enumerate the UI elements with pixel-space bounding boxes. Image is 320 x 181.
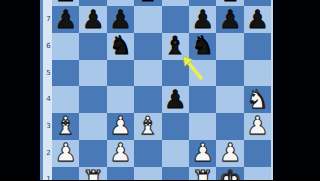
square-a3[interactable] bbox=[52, 113, 79, 140]
square-e5[interactable] bbox=[162, 60, 189, 87]
square-e6[interactable] bbox=[162, 33, 189, 60]
square-c2[interactable] bbox=[107, 140, 134, 167]
square-e2[interactable] bbox=[162, 140, 189, 167]
square-a5[interactable] bbox=[52, 60, 79, 87]
square-a1[interactable] bbox=[52, 167, 79, 181]
square-g7[interactable] bbox=[216, 6, 243, 33]
square-c7[interactable] bbox=[107, 6, 134, 33]
square-d4[interactable] bbox=[134, 86, 161, 113]
board-right-edge bbox=[271, 0, 273, 180]
square-f3[interactable] bbox=[189, 113, 216, 140]
square-g5[interactable] bbox=[216, 60, 243, 87]
square-h4[interactable] bbox=[244, 86, 271, 113]
square-g2[interactable] bbox=[216, 140, 243, 167]
chess-diagram-stage: 87654321 ♜♛♚♟♟♟♟♟♟♞♝♞♟♞♝♟♝♟♟♟♟♟♜♜♚ bbox=[0, 0, 320, 180]
square-c6[interactable] bbox=[107, 33, 134, 60]
square-f1[interactable] bbox=[189, 167, 216, 181]
square-h5[interactable] bbox=[244, 60, 271, 87]
square-c5[interactable] bbox=[107, 60, 134, 87]
square-f6[interactable] bbox=[189, 33, 216, 60]
square-e4[interactable] bbox=[162, 86, 189, 113]
square-f7[interactable] bbox=[189, 6, 216, 33]
square-c4[interactable] bbox=[107, 86, 134, 113]
square-e1[interactable] bbox=[162, 167, 189, 181]
square-d6[interactable] bbox=[134, 33, 161, 60]
square-f4[interactable] bbox=[189, 86, 216, 113]
square-h1[interactable] bbox=[244, 167, 271, 181]
square-b3[interactable] bbox=[79, 113, 106, 140]
square-a7[interactable] bbox=[52, 6, 79, 33]
square-b2[interactable] bbox=[79, 140, 106, 167]
square-e7[interactable] bbox=[162, 6, 189, 33]
square-h6[interactable] bbox=[244, 33, 271, 60]
square-e3[interactable] bbox=[162, 113, 189, 140]
square-g6[interactable] bbox=[216, 33, 243, 60]
square-h2[interactable] bbox=[244, 140, 271, 167]
chess-board[interactable] bbox=[52, 0, 271, 180]
square-h3[interactable] bbox=[244, 113, 271, 140]
square-f5[interactable] bbox=[189, 60, 216, 87]
square-c3[interactable] bbox=[107, 113, 134, 140]
square-d1[interactable] bbox=[134, 167, 161, 181]
square-g4[interactable] bbox=[216, 86, 243, 113]
square-a2[interactable] bbox=[52, 140, 79, 167]
square-c1[interactable] bbox=[107, 167, 134, 181]
square-d2[interactable] bbox=[134, 140, 161, 167]
square-f2[interactable] bbox=[189, 140, 216, 167]
square-b1[interactable] bbox=[79, 167, 106, 181]
square-d3[interactable] bbox=[134, 113, 161, 140]
square-h7[interactable] bbox=[244, 6, 271, 33]
square-g3[interactable] bbox=[216, 113, 243, 140]
square-d5[interactable] bbox=[134, 60, 161, 87]
square-b5[interactable] bbox=[79, 60, 106, 87]
square-a6[interactable] bbox=[52, 33, 79, 60]
square-a4[interactable] bbox=[52, 86, 79, 113]
square-g1[interactable] bbox=[216, 167, 243, 181]
square-d7[interactable] bbox=[134, 6, 161, 33]
square-b7[interactable] bbox=[79, 6, 106, 33]
square-b6[interactable] bbox=[79, 33, 106, 60]
square-b4[interactable] bbox=[79, 86, 106, 113]
